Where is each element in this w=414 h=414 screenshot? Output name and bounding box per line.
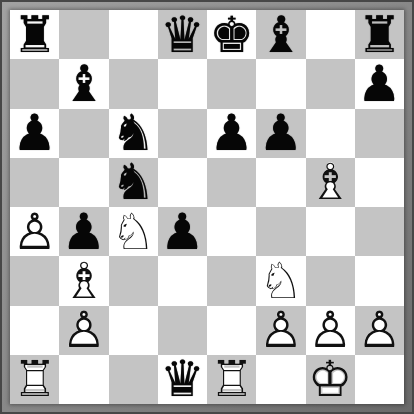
square-a1-piece-white-rook[interactable]: ♜♖ [10, 355, 59, 404]
square-e2[interactable] [207, 306, 256, 355]
square-c1[interactable] [109, 355, 158, 404]
square-f1[interactable] [256, 355, 305, 404]
square-d6[interactable] [158, 109, 207, 158]
square-b7-piece-black-bishop[interactable]: ♝ [59, 59, 108, 108]
piece-black-knight[interactable]: ♞ [109, 158, 158, 207]
piece-black-king[interactable]: ♚ [207, 10, 256, 59]
square-g3[interactable] [306, 256, 355, 305]
square-g6[interactable] [306, 109, 355, 158]
square-b6[interactable] [59, 109, 108, 158]
piece-black-rook[interactable]: ♜ [355, 10, 404, 59]
piece-white-pawn[interactable]: ♙ [10, 207, 59, 256]
square-b1[interactable] [59, 355, 108, 404]
square-d3[interactable] [158, 256, 207, 305]
piece-white-bishop[interactable]: ♗ [59, 256, 108, 305]
square-b8[interactable] [59, 10, 108, 59]
piece-black-bishop[interactable]: ♝ [256, 10, 305, 59]
square-h6[interactable] [355, 109, 404, 158]
piece-black-bishop[interactable]: ♝ [59, 59, 108, 108]
square-b2-piece-white-pawn[interactable]: ♟♙ [59, 306, 108, 355]
piece-black-pawn[interactable]: ♟ [355, 59, 404, 108]
square-c4-piece-white-knight[interactable]: ♞♘ [109, 207, 158, 256]
square-a6-piece-black-pawn[interactable]: ♟ [10, 109, 59, 158]
square-h2-piece-white-pawn[interactable]: ♟♙ [355, 306, 404, 355]
square-a5[interactable] [10, 158, 59, 207]
piece-black-rook[interactable]: ♜ [10, 10, 59, 59]
square-c6-piece-black-knight[interactable]: ♞ [109, 109, 158, 158]
square-d8-piece-black-queen[interactable]: ♛ [158, 10, 207, 59]
piece-black-pawn[interactable]: ♟ [59, 207, 108, 256]
square-h3[interactable] [355, 256, 404, 305]
piece-white-pawn[interactable]: ♙ [355, 306, 404, 355]
square-c8[interactable] [109, 10, 158, 59]
piece-white-bishop[interactable]: ♗ [306, 158, 355, 207]
square-e6-piece-black-pawn[interactable]: ♟ [207, 109, 256, 158]
square-e4[interactable] [207, 207, 256, 256]
square-a4-piece-white-pawn[interactable]: ♟♙ [10, 207, 59, 256]
square-a7[interactable] [10, 59, 59, 108]
square-h1[interactable] [355, 355, 404, 404]
piece-black-queen[interactable]: ♛ [158, 10, 207, 59]
piece-black-pawn[interactable]: ♟ [207, 109, 256, 158]
square-d4-piece-black-pawn[interactable]: ♟ [158, 207, 207, 256]
square-c2[interactable] [109, 306, 158, 355]
square-b4-piece-black-pawn[interactable]: ♟ [59, 207, 108, 256]
square-d1-piece-black-queen[interactable]: ♛ [158, 355, 207, 404]
square-b3-piece-white-bishop[interactable]: ♝♗ [59, 256, 108, 305]
square-d5[interactable] [158, 158, 207, 207]
square-e5[interactable] [207, 158, 256, 207]
piece-black-knight[interactable]: ♞ [109, 109, 158, 158]
square-g8[interactable] [306, 10, 355, 59]
square-e7[interactable] [207, 59, 256, 108]
square-h7-piece-black-pawn[interactable]: ♟ [355, 59, 404, 108]
square-e3[interactable] [207, 256, 256, 305]
square-h8-piece-black-rook[interactable]: ♜ [355, 10, 404, 59]
square-c3[interactable] [109, 256, 158, 305]
square-e8-piece-black-king[interactable]: ♚ [207, 10, 256, 59]
piece-white-king[interactable]: ♔ [306, 355, 355, 404]
piece-black-queen[interactable]: ♛ [158, 355, 207, 404]
piece-black-pawn[interactable]: ♟ [256, 109, 305, 158]
square-c5-piece-black-knight[interactable]: ♞ [109, 158, 158, 207]
piece-white-rook[interactable]: ♖ [10, 355, 59, 404]
square-g1-piece-white-king[interactable]: ♚♔ [306, 355, 355, 404]
chess-board-frame: ♜♛♚♝♜♝♟♟♞♟♟♞♝♗♟♙♟♞♘♟♝♗♞♘♟♙♟♙♟♙♟♙♜♖♛♜♖♚♔ [0, 0, 414, 414]
square-a2[interactable] [10, 306, 59, 355]
square-h5[interactable] [355, 158, 404, 207]
square-f4[interactable] [256, 207, 305, 256]
square-f5[interactable] [256, 158, 305, 207]
square-f3-piece-white-knight[interactable]: ♞♘ [256, 256, 305, 305]
square-g2-piece-white-pawn[interactable]: ♟♙ [306, 306, 355, 355]
square-g7[interactable] [306, 59, 355, 108]
piece-white-pawn[interactable]: ♙ [306, 306, 355, 355]
piece-white-knight[interactable]: ♘ [109, 207, 158, 256]
piece-white-knight[interactable]: ♘ [256, 256, 305, 305]
piece-white-rook[interactable]: ♖ [207, 355, 256, 404]
piece-white-pawn[interactable]: ♙ [59, 306, 108, 355]
square-b5[interactable] [59, 158, 108, 207]
square-e1-piece-white-rook[interactable]: ♜♖ [207, 355, 256, 404]
square-f8-piece-black-bishop[interactable]: ♝ [256, 10, 305, 59]
square-f6-piece-black-pawn[interactable]: ♟ [256, 109, 305, 158]
piece-black-pawn[interactable]: ♟ [158, 207, 207, 256]
square-f7[interactable] [256, 59, 305, 108]
square-g5-piece-white-bishop[interactable]: ♝♗ [306, 158, 355, 207]
square-d7[interactable] [158, 59, 207, 108]
square-f2-piece-white-pawn[interactable]: ♟♙ [256, 306, 305, 355]
square-d2[interactable] [158, 306, 207, 355]
square-a3[interactable] [10, 256, 59, 305]
square-h4[interactable] [355, 207, 404, 256]
square-a8-piece-black-rook[interactable]: ♜ [10, 10, 59, 59]
piece-white-pawn[interactable]: ♙ [256, 306, 305, 355]
square-g4[interactable] [306, 207, 355, 256]
chess-board: ♜♛♚♝♜♝♟♟♞♟♟♞♝♗♟♙♟♞♘♟♝♗♞♘♟♙♟♙♟♙♟♙♜♖♛♜♖♚♔ [10, 10, 404, 404]
piece-black-pawn[interactable]: ♟ [10, 109, 59, 158]
square-c7[interactable] [109, 59, 158, 108]
